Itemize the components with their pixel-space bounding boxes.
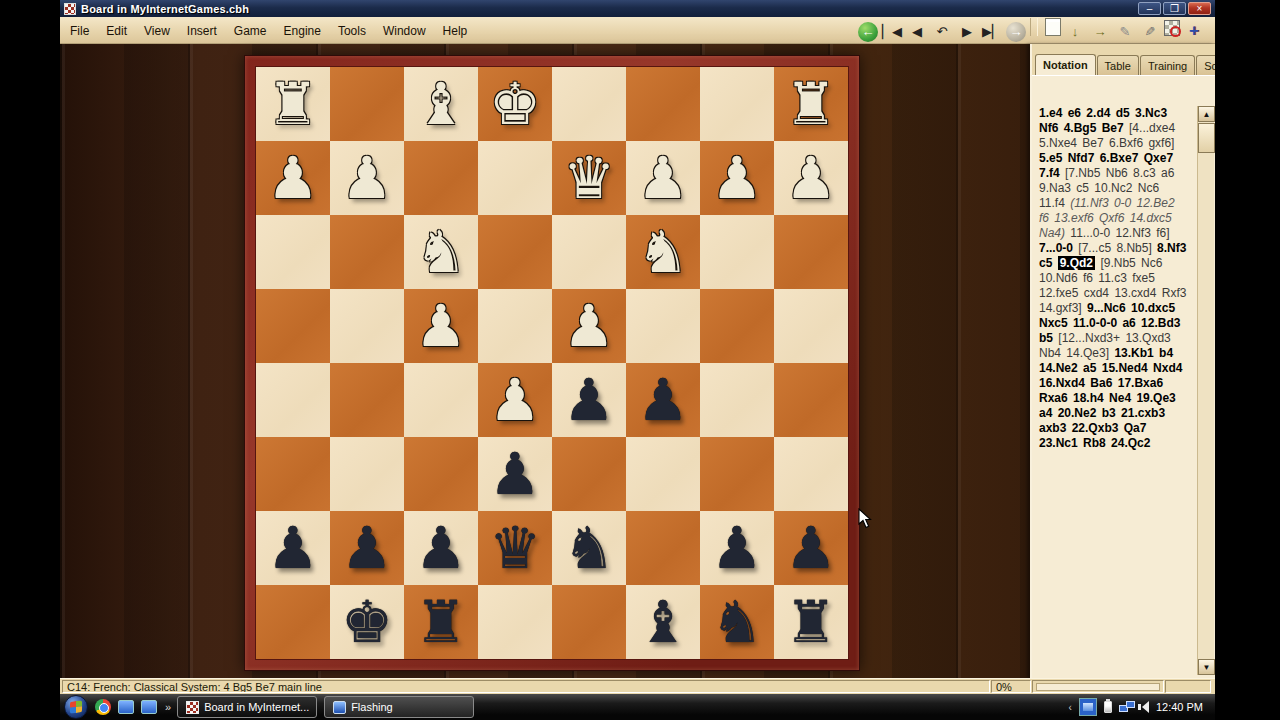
black-queen-piece: ♛ (489, 511, 541, 585)
start-button[interactable] (64, 695, 88, 719)
square-d4[interactable]: ♟ (552, 289, 626, 363)
square-e3[interactable] (478, 215, 552, 289)
square-h7[interactable]: ♟ (256, 511, 330, 585)
square-f1[interactable]: ♝ (404, 67, 478, 141)
blue-app-icon (333, 701, 346, 714)
menu-edit[interactable]: Edit (106, 24, 127, 38)
white-pawn-piece: ♟ (711, 141, 763, 215)
square-c2[interactable]: ♟ (626, 141, 700, 215)
engine-progress-cell (1032, 680, 1164, 693)
notation-segment[interactable]: 11...0-0 12.Nf3 f6] (1065, 226, 1170, 240)
notation-segment[interactable]: [7...c5 8.Nb5] (1073, 241, 1157, 255)
pencil-icon[interactable]: ✎ (1114, 22, 1136, 42)
square-c4[interactable] (626, 289, 700, 363)
progress-bar (1036, 683, 1160, 691)
square-f2[interactable] (404, 141, 478, 215)
square-h1[interactable]: ♜ (256, 67, 330, 141)
windows-logo-icon (70, 700, 82, 713)
menu-window[interactable]: Window (383, 24, 426, 38)
battery-icon[interactable] (1104, 701, 1112, 713)
white-pawn-piece: ♟ (637, 141, 689, 215)
scrollbar-thumb[interactable] (1198, 123, 1215, 153)
black-pawn-piece: ♟ (785, 511, 837, 585)
status-bar: C14: French: Classical System: 4 Bg5 Be7… (60, 678, 1215, 694)
square-g8[interactable]: ♚ (330, 585, 404, 659)
square-b4[interactable] (700, 289, 774, 363)
black-pawn-piece: ♟ (711, 511, 763, 585)
notation-panel: NotationTableTrainingSc◀▶ 1.e4 e6 2.d4 d… (1030, 44, 1215, 678)
quick-launch-overflow-chevron[interactable]: » (165, 701, 171, 713)
last-move-button[interactable]: ▶▏ (981, 22, 1003, 42)
square-h5[interactable] (256, 363, 330, 437)
square-e7[interactable]: ♛ (478, 511, 552, 585)
square-b5[interactable] (700, 363, 774, 437)
app-board-icon (64, 3, 76, 15)
white-pawn-piece: ♟ (341, 141, 393, 215)
square-g2[interactable]: ♟ (330, 141, 404, 215)
square-b1[interactable] (700, 67, 774, 141)
notation-text: 1.e4 e6 2.d4 d5 3.Nc3 Nf6 4.Bg5 Be7 [4..… (1032, 76, 1215, 678)
black-pawn-piece: ♟ (563, 363, 615, 437)
back-button[interactable]: ← (858, 22, 878, 42)
tab-sc[interactable]: Sc (1196, 55, 1215, 75)
white-rook-piece: ♜ (785, 67, 837, 141)
menu-file[interactable]: File (70, 24, 89, 38)
first-move-button[interactable]: ▏◀ (881, 22, 903, 42)
square-d6[interactable] (552, 437, 626, 511)
black-king-piece: ♚ (341, 585, 393, 659)
task-button-label: Board in MyInternet... (204, 701, 309, 713)
square-h6[interactable] (256, 437, 330, 511)
square-a5[interactable] (774, 363, 848, 437)
chess-board-frame: ♜♝♚♜♟♟♛♟♟♟♞♞♟♟♟♟♟♟♟♟♟♛♞♟♟♚♜♝♞♜ (244, 55, 860, 671)
panel-tabs: NotationTableTrainingSc◀▶ (1032, 44, 1215, 76)
previous-move-button[interactable]: ◀ (906, 22, 928, 42)
add-icon[interactable]: + (1183, 21, 1205, 41)
square-f8[interactable]: ♜ (404, 585, 478, 659)
menu-tools[interactable]: Tools (338, 24, 366, 38)
board-icon (186, 701, 199, 714)
square-a2[interactable]: ♟ (774, 141, 848, 215)
square-d5[interactable]: ♟ (552, 363, 626, 437)
square-d8[interactable] (552, 585, 626, 659)
square-b7[interactable]: ♟ (700, 511, 774, 585)
square-f7[interactable]: ♟ (404, 511, 478, 585)
menu-insert[interactable]: Insert (187, 24, 217, 38)
tray-app-icon[interactable] (1079, 698, 1097, 716)
white-pawn-piece: ♟ (785, 141, 837, 215)
black-pawn-piece: ♟ (267, 511, 319, 585)
square-g5[interactable] (330, 363, 404, 437)
notation-segment[interactable]: 7...0-0 (1039, 241, 1073, 255)
workspace: ♜♝♚♜♟♟♛♟♟♟♞♞♟♟♟♟♟♟♟♟♟♛♞♟♟♚♜♝♞♜ NotationT… (60, 44, 1215, 678)
square-h4[interactable] (256, 289, 330, 363)
menu-view[interactable]: View (144, 24, 170, 38)
window-title: Board in MyInternetGames.cbh (81, 3, 1136, 15)
square-c1[interactable] (626, 67, 700, 141)
square-e4[interactable] (478, 289, 552, 363)
display-icon[interactable] (118, 700, 134, 714)
square-h2[interactable]: ♟ (256, 141, 330, 215)
arrow-right-icon[interactable]: → (1089, 22, 1111, 42)
menu-bar: FileEditViewInsertGameEngineToolsWindowH… (60, 17, 1215, 44)
volume-icon[interactable] (1142, 701, 1149, 713)
task-button-label: Flashing (351, 701, 393, 713)
title-bar: Board in MyInternetGames.cbh – ❐ × (60, 0, 1215, 17)
next-move-button[interactable]: ▶ (956, 22, 978, 42)
white-knight-piece: ♞ (415, 215, 467, 289)
square-d2[interactable]: ♛ (552, 141, 626, 215)
white-pawn-piece: ♟ (267, 141, 319, 215)
white-queen-piece: ♛ (563, 141, 615, 215)
menu-items: FileEditViewInsertGameEngineToolsWindowH… (70, 21, 484, 39)
restore-button[interactable]: ❐ (1163, 2, 1186, 15)
notation-segment[interactable]: 13.Kb1 b4 14.Ne2 a5 15.Ned4 Nxd4 16.Nxd4… (1039, 346, 1182, 450)
white-pawn-piece: ♟ (563, 289, 615, 363)
black-rook-piece: ♜ (415, 585, 467, 659)
square-a3[interactable] (774, 215, 848, 289)
square-g7[interactable]: ♟ (330, 511, 404, 585)
annotate-board-icon[interactable] (1164, 20, 1180, 36)
square-e5[interactable]: ♟ (478, 363, 552, 437)
current-move[interactable]: 9.Qd2 (1058, 256, 1095, 270)
scroll-down-icon[interactable]: ▼ (1198, 659, 1215, 675)
notation-scrollbar[interactable]: ▲ ▼ (1197, 106, 1214, 675)
black-knight-piece: ♞ (711, 585, 763, 659)
square-e1[interactable]: ♚ (478, 67, 552, 141)
black-knight-piece: ♞ (563, 511, 615, 585)
taskbar-button-board-in-myinternet-[interactable]: Board in MyInternet... (177, 696, 317, 718)
square-b6[interactable] (700, 437, 774, 511)
remote-desktop-icon[interactable] (141, 700, 157, 714)
chess-board[interactable]: ♜♝♚♜♟♟♛♟♟♟♞♞♟♟♟♟♟♟♟♟♟♛♞♟♟♚♜♝♞♜ (255, 66, 849, 660)
close-button[interactable]: × (1188, 2, 1211, 15)
square-d3[interactable] (552, 215, 626, 289)
white-king-piece: ♚ (489, 67, 541, 141)
taskbar-button-flashing[interactable]: Flashing (324, 696, 474, 718)
black-rook-piece: ♜ (785, 585, 837, 659)
white-rook-piece: ♜ (267, 67, 319, 141)
toolbar-icons: ←▏◀◀↶▶▶▏→↓→✎✎+ (855, 18, 1205, 42)
menu-help[interactable]: Help (443, 24, 468, 38)
minimize-button[interactable]: – (1138, 2, 1161, 15)
network-icon[interactable] (1119, 701, 1135, 713)
engine-progress-label: 0% (991, 680, 1031, 693)
opening-name-status: C14: French: Classical System: 4 Bg5 Be7… (62, 680, 990, 693)
black-pawn-piece: ♟ (489, 437, 541, 511)
square-g1[interactable] (330, 67, 404, 141)
square-c8[interactable]: ♝ (626, 585, 700, 659)
square-e6[interactable]: ♟ (478, 437, 552, 511)
square-d1[interactable] (552, 67, 626, 141)
square-c7[interactable] (626, 511, 700, 585)
square-h8[interactable] (256, 585, 330, 659)
clock: 12:40 PM (1156, 701, 1203, 713)
square-c5[interactable]: ♟ (626, 363, 700, 437)
square-e2[interactable] (478, 141, 552, 215)
square-g4[interactable] (330, 289, 404, 363)
menu-game[interactable]: Game (234, 24, 267, 38)
task-buttons: Board in MyInternet...Flashing (177, 696, 481, 718)
black-pawn-piece: ♟ (415, 511, 467, 585)
arrow-down-icon[interactable]: ↓ (1064, 22, 1086, 42)
square-a4[interactable] (774, 289, 848, 363)
black-pawn-piece: ♟ (637, 363, 689, 437)
desktop-capture: Board in MyInternetGames.cbh – ❐ × FileE… (60, 0, 1215, 720)
chrome-icon[interactable] (95, 699, 111, 715)
takeback-move-button[interactable]: ↶ (931, 22, 953, 42)
square-a7[interactable]: ♟ (774, 511, 848, 585)
square-h3[interactable] (256, 215, 330, 289)
black-bishop-piece: ♝ (637, 585, 689, 659)
square-b8[interactable]: ♞ (700, 585, 774, 659)
square-f5[interactable] (404, 363, 478, 437)
square-c3[interactable]: ♞ (626, 215, 700, 289)
tray-collapse-chevron[interactable]: ‹ (1069, 702, 1072, 713)
toolbar-separator (1030, 18, 1038, 36)
scroll-up-icon[interactable]: ▲ (1198, 106, 1215, 122)
square-f3[interactable]: ♞ (404, 215, 478, 289)
eraser-icon[interactable]: ✎ (1139, 22, 1161, 42)
black-pawn-piece: ♟ (341, 511, 393, 585)
square-f4[interactable]: ♟ (404, 289, 478, 363)
square-f6[interactable] (404, 437, 478, 511)
square-g6[interactable] (330, 437, 404, 511)
square-a1[interactable]: ♜ (774, 67, 848, 141)
square-b3[interactable] (700, 215, 774, 289)
taskbar: » Board in MyInternet...Flashing ‹ 12:40… (60, 694, 1215, 720)
quick-launch (95, 699, 157, 715)
square-a6[interactable] (774, 437, 848, 511)
square-g3[interactable] (330, 215, 404, 289)
square-e8[interactable] (478, 585, 552, 659)
mouse-cursor (858, 508, 874, 530)
forward-button[interactable]: → (1006, 22, 1026, 42)
white-pawn-piece: ♟ (415, 289, 467, 363)
square-a8[interactable]: ♜ (774, 585, 848, 659)
menu-engine[interactable]: Engine (284, 24, 321, 38)
status-end-cell (1165, 680, 1211, 693)
white-bishop-piece: ♝ (415, 67, 467, 141)
white-knight-piece: ♞ (637, 215, 689, 289)
square-d7[interactable]: ♞ (552, 511, 626, 585)
square-b2[interactable]: ♟ (700, 141, 774, 215)
tab-training[interactable]: Training (1140, 55, 1195, 75)
white-pawn-piece: ♟ (489, 363, 541, 437)
tab-notation[interactable]: Notation (1035, 54, 1096, 76)
system-tray: ‹ 12:40 PM (1069, 698, 1215, 716)
new-document-icon[interactable] (1045, 18, 1061, 36)
tab-table[interactable]: Table (1097, 55, 1139, 75)
square-c6[interactable] (626, 437, 700, 511)
